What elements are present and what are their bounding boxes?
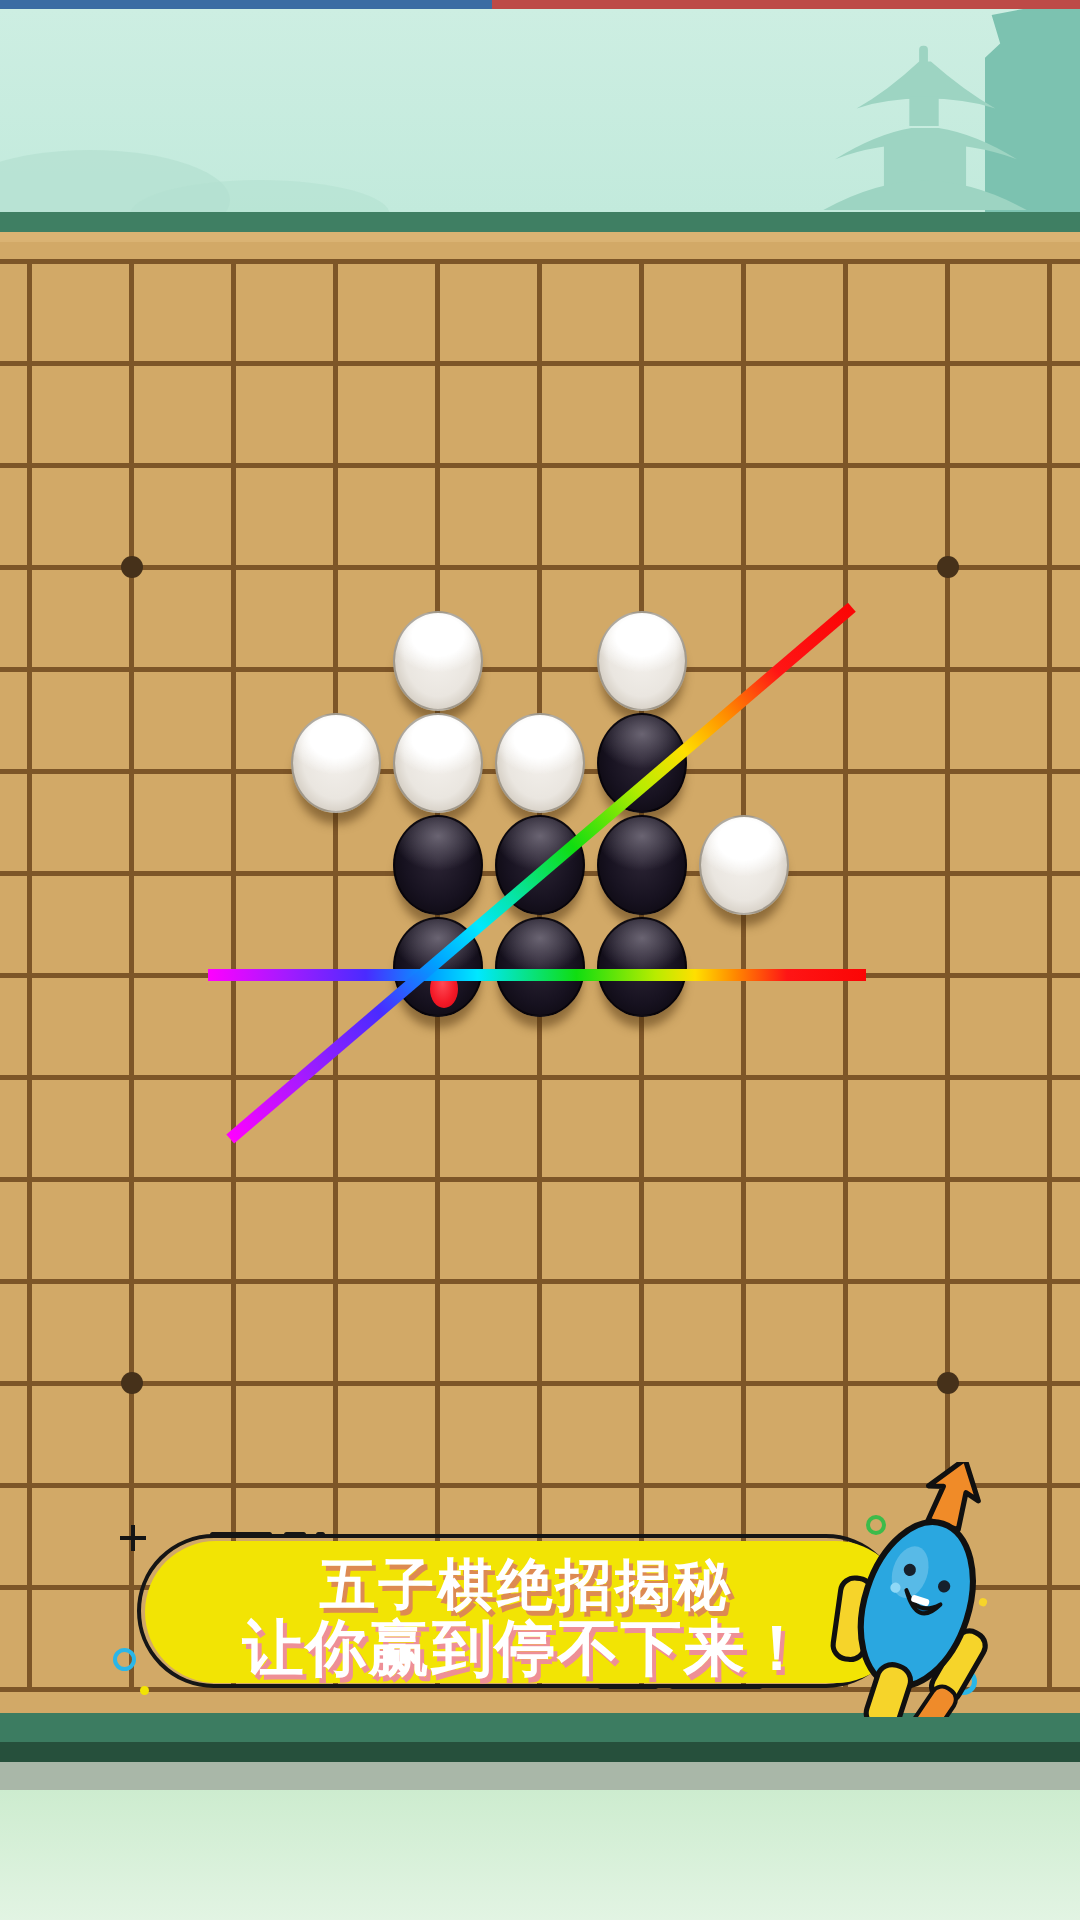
board-cell[interactable] [183,618,285,720]
board-cell[interactable] [489,618,591,720]
board-cell[interactable] [81,618,183,720]
board-cell[interactable] [795,312,897,414]
board-cell[interactable] [0,414,81,516]
black-stone: ● [597,917,687,1017]
board-cell[interactable] [999,1230,1080,1332]
board-cell[interactable] [285,1434,387,1536]
board-cell[interactable]: ● [591,720,693,822]
board-cell[interactable]: ● [387,822,489,924]
board-cell[interactable] [693,1638,795,1740]
board-cell[interactable] [183,1332,285,1434]
board-cell[interactable] [285,1230,387,1332]
board-cell[interactable] [285,1128,387,1230]
board-cell[interactable] [387,210,489,312]
board-cell[interactable] [489,1026,591,1128]
board-cell[interactable] [999,720,1080,822]
board-cell[interactable] [693,1128,795,1230]
board-cell[interactable] [897,720,999,822]
board-cell[interactable] [0,210,81,312]
board-cell[interactable] [795,720,897,822]
board-cell[interactable] [285,210,387,312]
board-cell[interactable] [795,210,897,312]
board-cell[interactable] [183,1536,285,1638]
board-cell[interactable] [387,1026,489,1128]
board-cell[interactable]: ○ [285,720,387,822]
board-cell[interactable] [183,822,285,924]
board-cell[interactable] [795,516,897,618]
white-stone: ○ [393,713,483,813]
board-cell[interactable] [897,1128,999,1230]
board-cell[interactable] [591,1332,693,1434]
board-cell[interactable] [693,210,795,312]
board-cell[interactable] [183,210,285,312]
board-cell[interactable] [81,720,183,822]
board-cell[interactable] [0,618,81,720]
board-cell[interactable] [387,1230,489,1332]
board-cell[interactable] [387,1434,489,1536]
board-cell[interactable] [285,1332,387,1434]
white-stone: ○ [393,611,483,711]
board-cell[interactable] [81,1638,183,1740]
black-stone: ● [393,815,483,915]
board-cell[interactable] [489,1128,591,1230]
horizontal-rainbow [208,969,866,981]
board-cell[interactable] [387,516,489,618]
board-cell[interactable] [387,1638,489,1740]
board-cell[interactable] [285,1638,387,1740]
board-cell[interactable]: ● [591,822,693,924]
board-cell[interactable] [795,1230,897,1332]
board-cell[interactable] [0,1332,81,1434]
board-cell[interactable] [897,822,999,924]
board-cell[interactable] [897,210,999,312]
board-cell[interactable] [897,516,999,618]
board-cell[interactable] [591,414,693,516]
board-cell[interactable] [0,516,81,618]
board-cell[interactable] [897,1026,999,1128]
board-cell[interactable] [183,312,285,414]
board-cell[interactable] [81,1128,183,1230]
board-cell[interactable] [387,1536,489,1638]
board-cell[interactable] [999,822,1080,924]
board-cell[interactable] [0,1230,81,1332]
board-cell[interactable] [489,414,591,516]
board-cell[interactable] [489,1230,591,1332]
board-cell[interactable] [81,1230,183,1332]
board-cell[interactable] [999,516,1080,618]
board-cell[interactable] [999,1026,1080,1128]
board-cell[interactable] [489,312,591,414]
board-cell[interactable] [285,822,387,924]
board-cell[interactable]: ○ [693,822,795,924]
board-cell[interactable] [183,720,285,822]
board-cell[interactable] [693,1026,795,1128]
board-cell[interactable] [897,1230,999,1332]
board-cell[interactable] [795,1332,897,1434]
board-cell[interactable] [0,312,81,414]
board-cell[interactable] [795,822,897,924]
board-cell[interactable] [591,1230,693,1332]
lower-background [0,1790,1080,1920]
board-cell[interactable] [81,1026,183,1128]
pagoda-silhouette [815,38,1035,214]
board-cell[interactable] [0,822,81,924]
board-cell[interactable] [81,924,183,1026]
board-cell[interactable] [999,1128,1080,1230]
board-cell[interactable] [693,516,795,618]
board-cell[interactable] [285,618,387,720]
board-cell[interactable] [81,210,183,312]
board-cell[interactable] [591,1536,693,1638]
board-cell[interactable] [489,516,591,618]
white-stone: ○ [495,713,585,813]
board-cell[interactable] [285,1536,387,1638]
board-cell[interactable] [693,414,795,516]
board-cell[interactable] [591,1026,693,1128]
board-cell[interactable]: ○ [489,720,591,822]
rocket-mascot [800,1462,1040,1717]
board-cell[interactable] [183,1230,285,1332]
board-cell[interactable] [999,618,1080,720]
white-stone: ○ [699,815,789,915]
board-cell[interactable] [795,1026,897,1128]
board-cell[interactable] [795,1128,897,1230]
board-cell[interactable] [183,414,285,516]
board-cell[interactable] [693,1434,795,1536]
white-stone: ○ [291,713,381,813]
topbar-blue-segment [0,0,492,9]
board-cell[interactable] [0,1434,81,1536]
board-cell[interactable] [183,1638,285,1740]
board-cell[interactable] [0,924,81,1026]
board-frame-shadow [0,1762,1080,1790]
black-stone: ● [495,917,585,1017]
board-cell[interactable] [0,1026,81,1128]
board-cell[interactable] [489,210,591,312]
board-cell[interactable] [897,312,999,414]
board-cell[interactable] [999,312,1080,414]
board-cell[interactable] [591,312,693,414]
board-cell[interactable]: ○ [591,618,693,720]
board-cell[interactable] [285,312,387,414]
board-cell[interactable] [591,516,693,618]
board-cell[interactable] [387,414,489,516]
board-cell[interactable] [693,1536,795,1638]
board-cell[interactable] [387,312,489,414]
board-cell[interactable] [81,1434,183,1536]
board-cell[interactable] [795,414,897,516]
board-cell[interactable] [693,312,795,414]
board-cell[interactable] [897,414,999,516]
board-cell[interactable] [999,210,1080,312]
board-cell[interactable] [693,1332,795,1434]
board-cell[interactable] [897,924,999,1026]
board-cell[interactable] [285,414,387,516]
board-cell[interactable]: ○ [387,618,489,720]
board-cell[interactable] [489,1332,591,1434]
board-cell[interactable] [693,1230,795,1332]
board-cell[interactable] [591,1128,693,1230]
board-cell[interactable] [81,516,183,618]
board-cell[interactable] [81,312,183,414]
board-cell[interactable] [0,1536,81,1638]
board-cell[interactable] [489,1638,591,1740]
board-cell[interactable] [795,618,897,720]
board-cell[interactable] [0,1128,81,1230]
board-cell[interactable] [999,924,1080,1026]
board-cell[interactable] [591,210,693,312]
board-cell[interactable] [387,1332,489,1434]
board-cell[interactable] [0,720,81,822]
board-cell[interactable] [591,1434,693,1536]
white-stone: ○ [597,611,687,711]
board-cell[interactable] [999,1332,1080,1434]
board-cell[interactable] [183,516,285,618]
board-cell[interactable] [591,1638,693,1740]
board-cell[interactable] [999,414,1080,516]
board-cell[interactable]: ○ [387,720,489,822]
board-cell[interactable] [897,618,999,720]
board-cell[interactable] [0,1638,81,1740]
black-stone: ● [597,815,687,915]
board-cell[interactable] [183,1434,285,1536]
board-cell[interactable] [489,1434,591,1536]
board-cell[interactable] [897,1332,999,1434]
board-cell[interactable] [81,1332,183,1434]
board-cell[interactable] [81,414,183,516]
board-cell[interactable] [81,822,183,924]
board-cell[interactable] [81,1536,183,1638]
board-cell[interactable] [387,1128,489,1230]
board-frame-bottom-dark [0,1742,1080,1762]
topbar-red-segment [492,0,1080,9]
board-cell[interactable] [285,516,387,618]
board-cell[interactable] [489,1536,591,1638]
